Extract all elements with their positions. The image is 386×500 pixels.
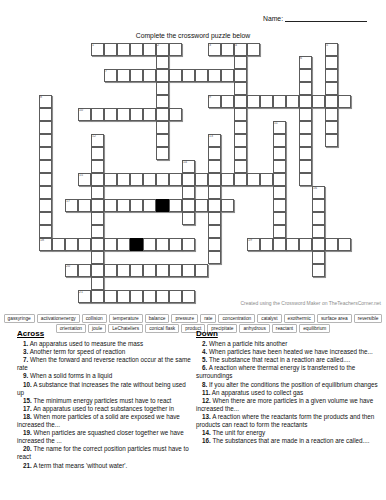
grid-cell[interactable] <box>156 56 169 69</box>
grid-cell[interactable] <box>260 238 273 251</box>
grid-cell[interactable] <box>117 290 130 303</box>
grid-cell[interactable] <box>104 290 117 303</box>
clue-item: 9. When a solid forms in a liquid <box>17 372 193 380</box>
grid-cell[interactable] <box>234 69 247 82</box>
grid-cell[interactable] <box>156 173 169 186</box>
grid-cell[interactable] <box>117 173 130 186</box>
cell-number: 20 <box>66 265 70 269</box>
grid-cell[interactable] <box>325 121 338 134</box>
cell-number: 11 <box>274 122 278 126</box>
grid-cell[interactable] <box>195 199 208 212</box>
cell-number: 8 <box>40 96 42 100</box>
grid-cell[interactable] <box>273 160 286 173</box>
grid-cell[interactable] <box>156 95 169 108</box>
grid-cell[interactable] <box>208 225 221 238</box>
grid-cell[interactable] <box>325 69 338 82</box>
grid-cell[interactable] <box>338 238 351 251</box>
grid-cell[interactable] <box>169 264 182 277</box>
cell-number: 14 <box>183 161 187 165</box>
grid-cell[interactable] <box>117 69 130 82</box>
grid-cell[interactable] <box>221 173 234 186</box>
clue-number: 9. <box>23 372 28 379</box>
clue-number: 21. <box>23 462 32 469</box>
grid-cell[interactable] <box>169 173 182 186</box>
grid-cell[interactable] <box>169 290 182 303</box>
grid-cell[interactable] <box>91 277 104 290</box>
cell-number: 6 <box>300 57 302 61</box>
grid-cell[interactable] <box>78 264 91 277</box>
blocked-cell <box>156 199 169 212</box>
grid-cell[interactable] <box>91 199 104 212</box>
clue-number: 13. <box>202 413 211 420</box>
grid-cell[interactable] <box>143 43 156 56</box>
grid-cell[interactable] <box>104 264 117 277</box>
grid-cell[interactable] <box>325 82 338 95</box>
grid-cell[interactable] <box>234 147 247 160</box>
grid-cell[interactable] <box>39 160 52 173</box>
grid-cell[interactable] <box>299 82 312 95</box>
grid-cell[interactable] <box>104 108 117 121</box>
grid-cell[interactable] <box>312 95 325 108</box>
clue-number: 7. <box>23 356 28 363</box>
grid-cell[interactable] <box>208 160 221 173</box>
grid-cell[interactable] <box>117 199 130 212</box>
clue-number: 11. <box>202 389 210 396</box>
cell-number: 2 <box>157 44 159 48</box>
clue-item: 3. Another term for speed of reaction <box>17 348 193 356</box>
cell-number: 17 <box>66 200 70 204</box>
clue-item: 8. If you alter the conditions the posit… <box>196 381 380 389</box>
grid-cell[interactable] <box>182 238 195 251</box>
grid-cell[interactable] <box>182 290 195 303</box>
grid-cell[interactable] <box>195 173 208 186</box>
grid-cell[interactable] <box>169 69 182 82</box>
clue-item: 1. An apparatus used to measure the mass <box>17 340 193 348</box>
cell-number: 13 <box>209 135 213 139</box>
grid-cell[interactable] <box>299 134 312 147</box>
grid-cell[interactable] <box>156 134 169 147</box>
down-clues-section: Down 2. When a particle hits another4. W… <box>196 330 380 445</box>
clue-item: 10. A substance that increases the rate … <box>17 381 193 397</box>
grid-cell[interactable] <box>91 108 104 121</box>
cell-number: 9 <box>209 96 211 100</box>
grid-cell[interactable] <box>130 264 143 277</box>
name-input-line[interactable] <box>285 14 367 22</box>
grid-cell[interactable] <box>91 173 104 186</box>
grid-cell[interactable] <box>130 108 143 121</box>
grid-cell[interactable] <box>91 238 104 251</box>
grid-cell[interactable] <box>39 225 52 238</box>
cell-number: 4 <box>235 44 237 48</box>
down-heading: Down <box>196 330 380 338</box>
grid-cell[interactable] <box>234 82 247 95</box>
clue-number: 19. <box>23 429 32 436</box>
grid-cell[interactable] <box>325 134 338 147</box>
clue-number: 6. <box>202 364 207 371</box>
grid-cell[interactable] <box>182 186 195 199</box>
grid-cell[interactable] <box>338 95 351 108</box>
grid-cell[interactable] <box>221 69 234 82</box>
cell-number: 16 <box>313 187 317 191</box>
grid-cell[interactable] <box>234 134 247 147</box>
grid-cell[interactable] <box>156 108 169 121</box>
grid-cell[interactable] <box>156 69 169 82</box>
grid-cell[interactable] <box>247 173 260 186</box>
grid-cell[interactable] <box>195 264 208 277</box>
clue-item: 13. A reaction where the reactants form … <box>196 413 380 429</box>
grid-cell[interactable] <box>247 95 260 108</box>
grid-cell[interactable] <box>104 173 117 186</box>
grid-cell[interactable] <box>169 199 182 212</box>
clue-number: 10. <box>23 381 32 388</box>
grid-cell[interactable] <box>143 238 156 251</box>
grid-cell[interactable] <box>247 43 260 56</box>
grid-cell[interactable] <box>156 290 169 303</box>
grid-cell[interactable] <box>182 264 195 277</box>
clue-number: 12. <box>202 397 211 404</box>
grid-cell[interactable] <box>156 264 169 277</box>
grid-cell[interactable] <box>273 238 286 251</box>
clue-item: 11. An apparatus used to collect gas <box>196 389 380 397</box>
grid-cell[interactable] <box>273 186 286 199</box>
clue-number: 1. <box>23 340 28 347</box>
grid-cell[interactable] <box>234 56 247 69</box>
grid-cell[interactable] <box>273 147 286 160</box>
grid-cell[interactable] <box>208 173 221 186</box>
clue-item: 14. The unit for energy <box>196 429 380 437</box>
grid-cell[interactable] <box>169 43 182 56</box>
grid-cell[interactable] <box>39 212 52 225</box>
clue-number: 17. <box>23 405 32 412</box>
grid-cell[interactable] <box>299 95 312 108</box>
clue-item: 21. A term that means 'without water'. <box>17 462 193 470</box>
grid-cell[interactable] <box>312 212 325 225</box>
grid-cell[interactable] <box>208 199 221 212</box>
grid-cell[interactable] <box>221 199 234 212</box>
grid-cell[interactable] <box>143 290 156 303</box>
grid-cell[interactable] <box>195 69 208 82</box>
grid-cell[interactable] <box>221 95 234 108</box>
grid-cell[interactable] <box>78 199 91 212</box>
clue-item: 12. When there are more particles in a g… <box>196 397 380 413</box>
grid-cell[interactable] <box>299 69 312 82</box>
crossword-grid: 123456789101112131415161718192021 <box>39 43 351 303</box>
grid-cell[interactable] <box>208 69 221 82</box>
clue-item: 18. When more particles of a solid are e… <box>17 413 193 429</box>
grid-cell[interactable] <box>208 147 221 160</box>
grid-cell[interactable] <box>208 186 221 199</box>
grid-cell[interactable] <box>299 147 312 160</box>
grid-cell[interactable] <box>182 212 195 225</box>
grid-cell[interactable] <box>286 95 299 108</box>
grid-cell[interactable] <box>312 199 325 212</box>
across-clues-section: Across 1. An apparatus used to measure t… <box>17 330 193 470</box>
grid-cell[interactable] <box>299 173 312 186</box>
clue-item: 4. When particles have been heated we ha… <box>196 348 380 356</box>
cell-number: 12 <box>92 135 96 139</box>
clue-number: 5. <box>202 356 207 363</box>
clue-number: 8. <box>202 381 207 388</box>
grid-cell[interactable] <box>325 56 338 69</box>
grid-cell[interactable] <box>234 95 247 108</box>
grid-cell[interactable] <box>130 69 143 82</box>
grid-cell[interactable] <box>273 173 286 186</box>
grid-cell[interactable] <box>169 238 182 251</box>
grid-cell[interactable] <box>299 121 312 134</box>
grid-cell[interactable] <box>312 264 325 277</box>
grid-cell[interactable] <box>130 43 143 56</box>
grid-cell[interactable] <box>182 69 195 82</box>
grid-cell[interactable] <box>39 108 52 121</box>
grid-cell[interactable] <box>156 121 169 134</box>
grid-cell[interactable] <box>260 95 273 108</box>
grid-cell[interactable] <box>312 225 325 238</box>
grid-cell[interactable] <box>104 43 117 56</box>
clue-number: 3. <box>23 348 28 355</box>
clue-number: 20. <box>23 445 32 452</box>
grid-cell[interactable] <box>143 199 156 212</box>
grid-cell[interactable] <box>234 173 247 186</box>
grid-cell[interactable] <box>91 264 104 277</box>
cell-number: 21 <box>79 291 83 295</box>
clue-number: 16. <box>202 437 211 444</box>
grid-cell[interactable] <box>143 264 156 277</box>
cell-number: 18 <box>40 239 44 243</box>
grid-cell[interactable] <box>156 238 169 251</box>
grid-cell[interactable] <box>52 238 65 251</box>
grid-cell[interactable] <box>143 108 156 121</box>
grid-cell[interactable] <box>156 147 169 160</box>
clue-item: 15. The minimum energy particles must ha… <box>17 397 193 405</box>
grid-cell[interactable] <box>325 95 338 108</box>
cell-number: 7 <box>105 70 107 74</box>
clue-item: 19. When particles are squashed closer t… <box>17 429 193 445</box>
grid-cell[interactable] <box>273 212 286 225</box>
grid-cell[interactable] <box>39 121 52 134</box>
across-heading: Across <box>17 330 193 338</box>
clue-item: 2. When a particle hits another <box>196 340 380 348</box>
grid-cell[interactable] <box>208 251 221 264</box>
cell-number: 10 <box>79 109 83 113</box>
grid-cell[interactable] <box>91 225 104 238</box>
grid-cell[interactable] <box>273 134 286 147</box>
grid-cell[interactable] <box>39 147 52 160</box>
grid-cell[interactable] <box>286 238 299 251</box>
grid-cell[interactable] <box>91 290 104 303</box>
clue-number: 4. <box>202 348 207 355</box>
grid-cell[interactable] <box>325 238 338 251</box>
grid-cell[interactable] <box>104 238 117 251</box>
grid-cell[interactable] <box>156 82 169 95</box>
cell-number: 3 <box>209 44 211 48</box>
grid-cell[interactable] <box>117 43 130 56</box>
grid-cell[interactable] <box>91 251 104 264</box>
clue-item: 17. An apparatus used to react substance… <box>17 405 193 413</box>
grid-cell[interactable] <box>312 251 325 264</box>
grid-cell[interactable] <box>78 238 91 251</box>
grid-cell[interactable] <box>130 199 143 212</box>
grid-cell[interactable] <box>39 186 52 199</box>
grid-cell[interactable] <box>182 173 195 186</box>
cell-number: 19 <box>248 239 252 243</box>
clue-number: 18. <box>23 413 32 420</box>
name-field-row: Name: <box>263 14 367 22</box>
clue-number: 2. <box>202 340 207 347</box>
grid-cell[interactable] <box>39 173 52 186</box>
grid-cell[interactable] <box>143 173 156 186</box>
grid-cell[interactable] <box>130 173 143 186</box>
clue-item: 5. The substance that react in a reactio… <box>196 356 380 364</box>
grid-cell[interactable] <box>91 147 104 160</box>
grid-cell[interactable] <box>39 199 52 212</box>
grid-cell[interactable] <box>273 95 286 108</box>
grid-cell[interactable] <box>91 186 104 199</box>
grid-cell[interactable] <box>182 199 195 212</box>
page-title: Complete the crossword puzzle below <box>0 32 386 39</box>
clue-number: 15. <box>23 397 32 404</box>
grid-cell[interactable] <box>325 108 338 121</box>
grid-cell[interactable] <box>299 108 312 121</box>
grid-cell[interactable] <box>91 160 104 173</box>
cell-number: 15 <box>79 174 83 178</box>
clue-number: 14. <box>202 429 211 436</box>
grid-cell[interactable] <box>65 238 78 251</box>
grid-cell[interactable] <box>104 199 117 212</box>
clue-item: 7. When the forward and reverse reaction… <box>17 356 193 372</box>
grid-cell[interactable] <box>117 238 130 251</box>
grid-cell[interactable] <box>117 264 130 277</box>
grid-cell[interactable] <box>312 238 325 251</box>
grid-cell[interactable] <box>169 108 182 121</box>
clue-item: 20. The name for the correct position pa… <box>17 445 193 461</box>
grid-cell[interactable] <box>91 212 104 225</box>
name-label: Name: <box>263 15 283 22</box>
grid-cell[interactable] <box>260 173 273 186</box>
grid-cell[interactable] <box>299 160 312 173</box>
clue-item: 16. The substances that are made in a re… <box>196 437 380 445</box>
grid-cell[interactable] <box>39 134 52 147</box>
blocked-cell <box>130 238 143 251</box>
grid-cell[interactable] <box>234 121 247 134</box>
cell-number: 5 <box>326 44 328 48</box>
grid-cell[interactable] <box>117 108 130 121</box>
grid-cell[interactable] <box>273 199 286 212</box>
grid-cell[interactable] <box>234 108 247 121</box>
cell-number: 1 <box>92 44 94 48</box>
grid-cell[interactable] <box>299 238 312 251</box>
grid-cell[interactable] <box>208 238 221 251</box>
grid-cell[interactable] <box>273 225 286 238</box>
grid-cell[interactable] <box>234 160 247 173</box>
clue-item: 6. A reaction where thermal energy is tr… <box>196 364 380 380</box>
grid-cell[interactable] <box>208 212 221 225</box>
grid-cell[interactable] <box>143 69 156 82</box>
grid-cell[interactable] <box>130 290 143 303</box>
grid-cell[interactable] <box>221 43 234 56</box>
